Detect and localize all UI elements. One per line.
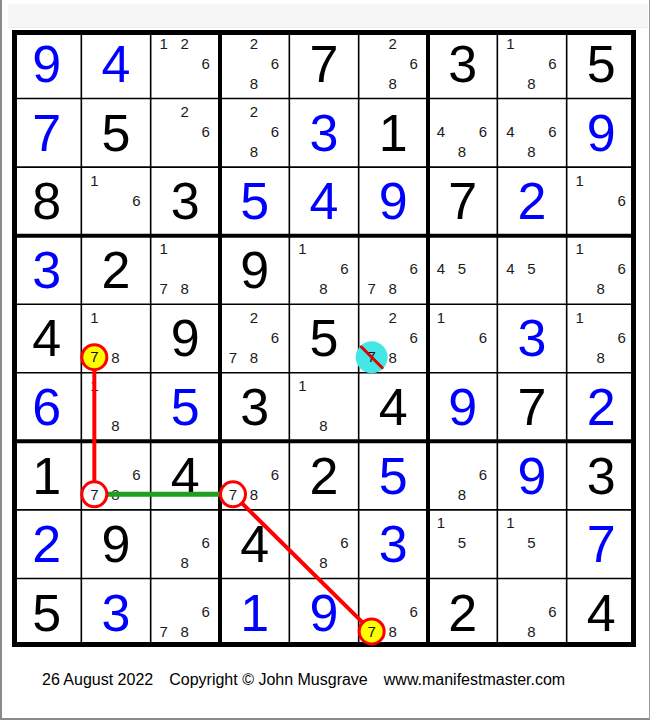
candidate-digit: 6 [404, 328, 424, 346]
candidate-digit: 8 [105, 348, 125, 366]
candidate-digit: 5 [521, 534, 541, 552]
cell-r4c4[interactable]: 9 [220, 236, 289, 305]
cell-r1c2[interactable]: 4 [81, 30, 150, 99]
given-digit: 1 [12, 441, 81, 510]
candidate-digit: 5 [452, 260, 472, 278]
given-digit: 4 [151, 441, 220, 510]
cell-r3c8[interactable]: 2 [497, 167, 566, 236]
candidate-digit: 8 [383, 622, 403, 640]
cell-r3c1[interactable]: 8 [12, 167, 81, 236]
given-digit: 7 [289, 30, 358, 99]
given-digit: 9 [220, 236, 289, 305]
cell-r7c4[interactable]: 678 [220, 441, 289, 510]
cell-r2c3[interactable]: 26 [151, 99, 220, 168]
cell-r2c1[interactable]: 7 [12, 99, 81, 168]
candidate-digit: 1 [292, 377, 312, 395]
cell-r9c9[interactable]: 4 [567, 578, 636, 647]
cell-r1c4[interactable]: 268 [220, 30, 289, 99]
candidate-digit: 1 [84, 171, 104, 189]
cell-r6c5[interactable]: 18 [289, 373, 358, 442]
cell-r7c3[interactable]: 4 [151, 441, 220, 510]
cell-r5c2[interactable]: 178 [81, 304, 150, 373]
cell-r6c9[interactable]: 2 [567, 373, 636, 442]
cell-r6c3[interactable]: 5 [151, 373, 220, 442]
solved-digit: 5 [151, 373, 220, 442]
given-digit: 3 [220, 373, 289, 442]
solved-digit: 2 [12, 510, 81, 579]
candidate-digit: 1 [154, 240, 174, 258]
candidate-digit: 1 [570, 171, 590, 189]
candidate-digit: 1 [292, 240, 312, 258]
candidate-digit: 6 [404, 602, 424, 620]
candidate-digit: 6 [265, 54, 285, 72]
given-digit: 2 [428, 578, 497, 647]
solved-digit: 9 [567, 99, 636, 168]
cell-r6c2[interactable]: 18 [81, 373, 150, 442]
cell-r8c8[interactable]: 15 [497, 510, 566, 579]
cell-r5c8[interactable]: 3 [497, 304, 566, 373]
given-digit: 7 [428, 167, 497, 236]
candidate-digit: 6 [334, 534, 354, 552]
candidate-digit: 8 [175, 554, 195, 572]
candidate-digit: 7 [362, 348, 382, 366]
cell-r7c6[interactable]: 5 [359, 441, 428, 510]
candidate-digit: 8 [313, 280, 333, 298]
cell-r5c7[interactable]: 16 [428, 304, 497, 373]
cell-r5c6[interactable]: 2678 [359, 304, 428, 373]
cell-r9c5[interactable]: 9 [289, 578, 358, 647]
given-digit: 1 [359, 99, 428, 168]
cell-r3c2[interactable]: 16 [81, 167, 150, 236]
candidate-digit: 7 [362, 622, 382, 640]
cell-r5c1[interactable]: 4 [12, 304, 81, 373]
candidate-digit: 2 [175, 103, 195, 121]
candidate-digit: 6 [404, 260, 424, 278]
footer-copyright: Copyright © John Musgrave [169, 671, 368, 689]
candidate-digit: 8 [521, 622, 541, 640]
cell-r2c6[interactable]: 1 [359, 99, 428, 168]
solved-digit: 9 [497, 441, 566, 510]
footer-caption: 26 August 2022 Copyright © John Musgrave… [42, 671, 565, 689]
cell-r3c5[interactable]: 4 [289, 167, 358, 236]
candidate-digit: 6 [126, 191, 146, 209]
cell-r3c4[interactable]: 5 [220, 167, 289, 236]
cell-r5c5[interactable]: 5 [289, 304, 358, 373]
candidate-digit: 8 [244, 143, 264, 161]
cell-r7c2[interactable]: 678 [81, 441, 150, 510]
given-digit: 5 [567, 30, 636, 99]
cell-r2c7[interactable]: 468 [428, 99, 497, 168]
candidate-digit: 6 [265, 465, 285, 483]
solved-digit: 2 [567, 373, 636, 442]
cell-r2c4[interactable]: 268 [220, 99, 289, 168]
cell-r8c5[interactable]: 68 [289, 510, 358, 579]
candidate-digit: 1 [84, 377, 104, 395]
cell-r4c5[interactable]: 168 [289, 236, 358, 305]
given-digit: 3 [428, 30, 497, 99]
candidate-digit: 7 [84, 485, 104, 503]
cell-r4c1[interactable]: 3 [12, 236, 81, 305]
cell-r9c3[interactable]: 678 [151, 578, 220, 647]
cell-r8c2[interactable]: 9 [81, 510, 150, 579]
candidate-digit: 1 [154, 34, 174, 52]
cell-r7c8[interactable]: 9 [497, 441, 566, 510]
candidate-digit: 6 [265, 328, 285, 346]
cell-r9c6[interactable]: 678 [359, 578, 428, 647]
candidate-digit: 8 [105, 485, 125, 503]
candidate-digit: 6 [612, 260, 632, 278]
candidate-digit: 7 [223, 485, 243, 503]
cell-r7c7[interactable]: 68 [428, 441, 497, 510]
candidate-digit: 7 [84, 348, 104, 366]
given-digit: 3 [151, 167, 220, 236]
cell-r6c7[interactable]: 9 [428, 373, 497, 442]
candidate-digit: 1 [84, 308, 104, 326]
candidate-digit: 8 [383, 280, 403, 298]
cell-r6c1[interactable]: 6 [12, 373, 81, 442]
solved-digit: 5 [220, 167, 289, 236]
candidate-digit: 6 [473, 123, 493, 141]
solved-digit: 4 [81, 30, 150, 99]
candidate-digit: 8 [383, 348, 403, 366]
cell-r1c7[interactable]: 3 [428, 30, 497, 99]
cell-r8c6[interactable]: 3 [359, 510, 428, 579]
candidate-digit: 6 [404, 54, 424, 72]
solved-digit: 4 [289, 167, 358, 236]
cell-r3c9[interactable]: 16 [567, 167, 636, 236]
cell-r9c7[interactable]: 2 [428, 578, 497, 647]
given-digit: 4 [359, 373, 428, 442]
given-digit: 5 [81, 99, 150, 168]
cell-r6c8[interactable]: 7 [497, 373, 566, 442]
cell-r5c9[interactable]: 168 [567, 304, 636, 373]
candidate-digit: 7 [154, 622, 174, 640]
candidate-digit: 6 [196, 54, 216, 72]
cell-r4c2[interactable]: 2 [81, 236, 150, 305]
candidate-digit: 6 [542, 54, 562, 72]
candidate-digit: 7 [223, 348, 243, 366]
cell-r4c9[interactable]: 168 [567, 236, 636, 305]
solved-digit: 7 [12, 99, 81, 168]
given-digit: 8 [12, 167, 81, 236]
cell-r8c3[interactable]: 68 [151, 510, 220, 579]
given-digit: 4 [220, 510, 289, 579]
given-digit: 7 [497, 373, 566, 442]
candidate-digit: 6 [542, 602, 562, 620]
candidate-digit: 2 [244, 308, 264, 326]
candidate-digit: 6 [334, 260, 354, 278]
solved-digit: 9 [289, 578, 358, 647]
candidate-digit: 4 [431, 123, 451, 141]
candidate-digit: 1 [570, 308, 590, 326]
cell-r2c5[interactable]: 3 [289, 99, 358, 168]
cell-r7c1[interactable]: 1 [12, 441, 81, 510]
cell-r9c1[interactable]: 5 [12, 578, 81, 647]
candidate-digit: 4 [431, 260, 451, 278]
candidate-digit: 2 [244, 103, 264, 121]
cell-r9c8[interactable]: 68 [497, 578, 566, 647]
candidate-digit: 6 [196, 534, 216, 552]
candidate-digit: 6 [196, 602, 216, 620]
candidate-digit: 6 [265, 123, 285, 141]
cell-r4c7[interactable]: 45 [428, 236, 497, 305]
candidate-digit: 6 [612, 328, 632, 346]
cell-r2c8[interactable]: 468 [497, 99, 566, 168]
cell-r8c9[interactable]: 7 [567, 510, 636, 579]
solved-digit: 5 [359, 441, 428, 510]
solved-digit: 9 [428, 373, 497, 442]
cell-r6c6[interactable]: 4 [359, 373, 428, 442]
candidate-digit: 2 [175, 34, 195, 52]
solved-digit: 3 [497, 304, 566, 373]
given-digit: 9 [81, 510, 150, 579]
given-digit: 5 [289, 304, 358, 373]
given-digit: 9 [151, 304, 220, 373]
candidate-digit: 1 [431, 308, 451, 326]
cell-r1c3[interactable]: 126 [151, 30, 220, 99]
candidate-digit: 6 [542, 123, 562, 141]
candidate-digit: 6 [473, 465, 493, 483]
cell-r7c9[interactable]: 3 [567, 441, 636, 510]
solved-digit: 7 [567, 510, 636, 579]
solved-digit: 3 [359, 510, 428, 579]
candidate-digit: 8 [591, 280, 611, 298]
cell-r9c4[interactable]: 1 [220, 578, 289, 647]
candidate-digit: 2 [383, 308, 403, 326]
candidate-digit: 5 [452, 534, 472, 552]
candidate-digit: 1 [500, 514, 520, 532]
solved-digit: 9 [12, 30, 81, 99]
candidate-digit: 8 [591, 348, 611, 366]
candidate-digit: 8 [452, 485, 472, 503]
cell-r4c3[interactable]: 178 [151, 236, 220, 305]
solved-digit: 6 [12, 373, 81, 442]
candidate-digit: 4 [500, 123, 520, 141]
given-digit: 2 [81, 236, 150, 305]
cell-r4c8[interactable]: 45 [497, 236, 566, 305]
given-digit: 5 [12, 578, 81, 647]
candidate-digit: 7 [362, 280, 382, 298]
cell-r1c9[interactable]: 5 [567, 30, 636, 99]
cell-r8c1[interactable]: 2 [12, 510, 81, 579]
solved-digit: 2 [497, 167, 566, 236]
cell-r9c2[interactable]: 3 [81, 578, 150, 647]
solved-digit: 9 [359, 167, 428, 236]
cell-r3c6[interactable]: 9 [359, 167, 428, 236]
candidate-digit: 6 [473, 328, 493, 346]
cell-r6c4[interactable]: 3 [220, 373, 289, 442]
cell-r3c7[interactable]: 7 [428, 167, 497, 236]
candidate-digit: 8 [521, 74, 541, 92]
candidate-digit: 6 [612, 191, 632, 209]
candidate-digit: 8 [452, 143, 472, 161]
cell-r1c8[interactable]: 168 [497, 30, 566, 99]
candidate-digit: 8 [244, 485, 264, 503]
candidate-digit: 1 [500, 34, 520, 52]
given-digit: 3 [567, 441, 636, 510]
candidate-digit: 2 [383, 34, 403, 52]
footer-website: www.manifestmaster.com [384, 671, 565, 689]
candidate-digit: 8 [244, 348, 264, 366]
given-digit: 2 [289, 441, 358, 510]
candidate-digit: 8 [521, 143, 541, 161]
cell-r1c6[interactable]: 268 [359, 30, 428, 99]
given-digit: 4 [567, 578, 636, 647]
candidate-digit: 2 [244, 34, 264, 52]
candidate-digit: 8 [313, 417, 333, 435]
candidate-digit: 8 [175, 622, 195, 640]
candidate-digit: 8 [175, 280, 195, 298]
solved-digit: 3 [12, 236, 81, 305]
cell-r3c3[interactable]: 3 [151, 167, 220, 236]
candidate-digit: 4 [500, 260, 520, 278]
sudoku-board: 9412626872683168575262683146846898163549… [2, 0, 650, 660]
footer-date: 26 August 2022 [42, 671, 153, 689]
solved-digit: 3 [81, 578, 150, 647]
candidate-digit: 7 [154, 280, 174, 298]
cell-r4c6[interactable]: 678 [359, 236, 428, 305]
cell-r5c3[interactable]: 9 [151, 304, 220, 373]
candidate-digit: 5 [521, 260, 541, 278]
candidate-digit: 8 [313, 554, 333, 572]
candidate-digit: 8 [105, 417, 125, 435]
cell-r1c1[interactable]: 9 [12, 30, 81, 99]
candidate-digit: 6 [126, 465, 146, 483]
candidate-digit: 1 [570, 240, 590, 258]
solved-digit: 3 [289, 99, 358, 168]
candidate-digit: 1 [431, 514, 451, 532]
solved-digit: 1 [220, 578, 289, 647]
cell-r1c5[interactable]: 7 [289, 30, 358, 99]
cell-r8c7[interactable]: 15 [428, 510, 497, 579]
page: 9412626872683168575262683146846898163549… [0, 0, 650, 720]
candidate-digit: 8 [383, 74, 403, 92]
candidate-digit: 8 [244, 74, 264, 92]
cell-r2c9[interactable]: 9 [567, 99, 636, 168]
cell-r8c4[interactable]: 4 [220, 510, 289, 579]
cell-r2c2[interactable]: 5 [81, 99, 150, 168]
cell-r7c5[interactable]: 2 [289, 441, 358, 510]
given-digit: 4 [12, 304, 81, 373]
candidate-digit: 6 [196, 123, 216, 141]
cell-r5c4[interactable]: 2678 [220, 304, 289, 373]
